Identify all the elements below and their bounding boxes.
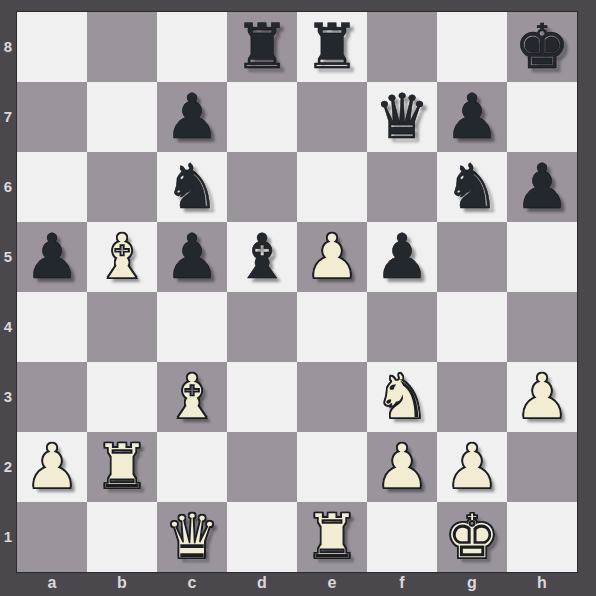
square-c5[interactable]: ♟ xyxy=(157,222,227,292)
square-a3[interactable] xyxy=(17,362,87,432)
square-f8[interactable] xyxy=(367,12,437,82)
square-a6[interactable] xyxy=(17,152,87,222)
square-g2[interactable]: ♟ xyxy=(437,432,507,502)
black-king-h8: ♚ xyxy=(507,12,577,82)
file-label-b: b xyxy=(87,572,157,596)
square-a5[interactable]: ♟ xyxy=(17,222,87,292)
square-g1[interactable]: ♚ xyxy=(437,502,507,572)
chess-diagram: 87654321 ♜♜♚♟♛♟♞♞♟♟♝♟♝♟♟♝♞♟♟♜♟♟♛♜♚ abcde… xyxy=(0,0,596,596)
rank-label-5: 5 xyxy=(0,222,16,292)
square-h1[interactable] xyxy=(507,502,577,572)
square-a7[interactable] xyxy=(17,82,87,152)
square-f6[interactable] xyxy=(367,152,437,222)
square-h3[interactable]: ♟ xyxy=(507,362,577,432)
square-e3[interactable] xyxy=(297,362,367,432)
white-pawn-g2: ♟ xyxy=(437,432,507,502)
square-h5[interactable] xyxy=(507,222,577,292)
square-g7[interactable]: ♟ xyxy=(437,82,507,152)
file-label-a: a xyxy=(17,572,87,596)
square-b3[interactable] xyxy=(87,362,157,432)
black-rook-e8: ♜ xyxy=(297,12,367,82)
square-h8[interactable]: ♚ xyxy=(507,12,577,82)
square-c8[interactable] xyxy=(157,12,227,82)
black-pawn-h6: ♟ xyxy=(507,152,577,222)
square-d7[interactable] xyxy=(227,82,297,152)
square-b1[interactable] xyxy=(87,502,157,572)
square-h2[interactable] xyxy=(507,432,577,502)
white-rook-e1: ♜ xyxy=(297,502,367,572)
square-h7[interactable] xyxy=(507,82,577,152)
square-b6[interactable] xyxy=(87,152,157,222)
black-rook-d8: ♜ xyxy=(227,12,297,82)
square-e6[interactable] xyxy=(297,152,367,222)
square-d1[interactable] xyxy=(227,502,297,572)
black-pawn-c7: ♟ xyxy=(157,82,227,152)
square-a8[interactable] xyxy=(17,12,87,82)
square-c6[interactable]: ♞ xyxy=(157,152,227,222)
square-c2[interactable] xyxy=(157,432,227,502)
white-knight-f3: ♞ xyxy=(367,362,437,432)
square-b5[interactable]: ♝ xyxy=(87,222,157,292)
white-bishop-b5: ♝ xyxy=(87,222,157,292)
square-f4[interactable] xyxy=(367,292,437,362)
square-b8[interactable] xyxy=(87,12,157,82)
square-g5[interactable] xyxy=(437,222,507,292)
white-queen-c1: ♛ xyxy=(157,502,227,572)
square-f5[interactable]: ♟ xyxy=(367,222,437,292)
file-label-d: d xyxy=(227,572,297,596)
square-f1[interactable] xyxy=(367,502,437,572)
square-h4[interactable] xyxy=(507,292,577,362)
square-d8[interactable]: ♜ xyxy=(227,12,297,82)
file-label-e: e xyxy=(297,572,367,596)
square-e8[interactable]: ♜ xyxy=(297,12,367,82)
square-c1[interactable]: ♛ xyxy=(157,502,227,572)
square-d4[interactable] xyxy=(227,292,297,362)
rank-label-1: 1 xyxy=(0,502,16,572)
black-bishop-d5: ♝ xyxy=(227,222,297,292)
rank-label-2: 2 xyxy=(0,432,16,502)
square-d6[interactable] xyxy=(227,152,297,222)
square-e7[interactable] xyxy=(297,82,367,152)
white-rook-b2: ♜ xyxy=(87,432,157,502)
chess-board: ♜♜♚♟♛♟♞♞♟♟♝♟♝♟♟♝♞♟♟♜♟♟♛♜♚ xyxy=(17,12,577,572)
black-pawn-g7: ♟ xyxy=(437,82,507,152)
file-label-c: c xyxy=(157,572,227,596)
square-c7[interactable]: ♟ xyxy=(157,82,227,152)
square-g4[interactable] xyxy=(437,292,507,362)
square-f7[interactable]: ♛ xyxy=(367,82,437,152)
square-g6[interactable]: ♞ xyxy=(437,152,507,222)
square-c4[interactable] xyxy=(157,292,227,362)
square-d3[interactable] xyxy=(227,362,297,432)
white-pawn-f2: ♟ xyxy=(367,432,437,502)
square-a2[interactable]: ♟ xyxy=(17,432,87,502)
file-labels: abcdefgh xyxy=(17,572,577,596)
rank-label-4: 4 xyxy=(0,292,16,362)
rank-label-7: 7 xyxy=(0,82,16,152)
square-e1[interactable]: ♜ xyxy=(297,502,367,572)
black-pawn-a5: ♟ xyxy=(17,222,87,292)
square-b2[interactable]: ♜ xyxy=(87,432,157,502)
square-f2[interactable]: ♟ xyxy=(367,432,437,502)
black-pawn-c5: ♟ xyxy=(157,222,227,292)
square-a1[interactable] xyxy=(17,502,87,572)
file-label-f: f xyxy=(367,572,437,596)
square-g3[interactable] xyxy=(437,362,507,432)
square-h6[interactable]: ♟ xyxy=(507,152,577,222)
white-pawn-h3: ♟ xyxy=(507,362,577,432)
square-d5[interactable]: ♝ xyxy=(227,222,297,292)
rank-label-8: 8 xyxy=(0,12,16,82)
rank-labels: 87654321 xyxy=(0,12,17,572)
square-f3[interactable]: ♞ xyxy=(367,362,437,432)
file-label-g: g xyxy=(437,572,507,596)
square-g8[interactable] xyxy=(437,12,507,82)
square-a4[interactable] xyxy=(17,292,87,362)
black-pawn-f5: ♟ xyxy=(367,222,437,292)
file-label-h: h xyxy=(507,572,577,596)
square-d2[interactable] xyxy=(227,432,297,502)
rank-label-6: 6 xyxy=(0,152,16,222)
square-b4[interactable] xyxy=(87,292,157,362)
white-bishop-c3: ♝ xyxy=(157,362,227,432)
rank-label-3: 3 xyxy=(0,362,16,432)
black-knight-g6: ♞ xyxy=(437,152,507,222)
square-e4[interactable] xyxy=(297,292,367,362)
black-queen-f7: ♛ xyxy=(367,82,437,152)
white-pawn-a2: ♟ xyxy=(17,432,87,502)
square-b7[interactable] xyxy=(87,82,157,152)
black-knight-c6: ♞ xyxy=(157,152,227,222)
square-e2[interactable] xyxy=(297,432,367,502)
square-e5[interactable]: ♟ xyxy=(297,222,367,292)
white-pawn-e5: ♟ xyxy=(297,222,367,292)
square-c3[interactable]: ♝ xyxy=(157,362,227,432)
white-king-g1: ♚ xyxy=(437,502,507,572)
